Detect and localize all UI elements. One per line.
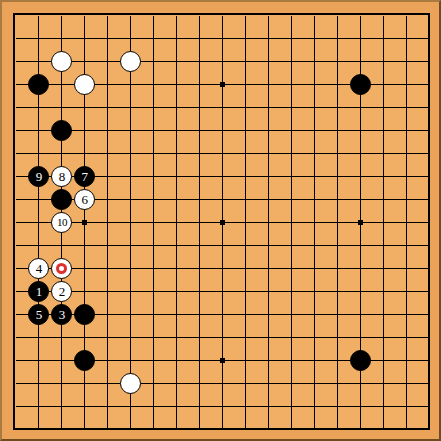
stone-number: 1 (36, 285, 43, 298)
grid-line (16, 291, 429, 292)
stone-black-d4 (74, 350, 95, 371)
stone-black-q16 (350, 74, 371, 95)
stone-number: 6 (82, 193, 89, 206)
grid-line (314, 16, 315, 429)
grid-line (291, 16, 292, 429)
red-circle-marker (56, 263, 67, 274)
grid-line (406, 16, 407, 429)
stone-black-q4 (350, 350, 371, 371)
grid-line (383, 16, 384, 429)
star-point (358, 220, 363, 225)
grid-line (16, 383, 429, 384)
stone-number: 5 (36, 308, 43, 321)
stone-number: 8 (59, 170, 66, 183)
grid-line (337, 16, 338, 429)
stone-number: 7 (82, 170, 89, 183)
stone-number: 9 (36, 170, 43, 183)
star-point (220, 82, 225, 87)
grid-line (16, 268, 429, 269)
star-point (220, 358, 225, 363)
grid-line (16, 406, 429, 407)
grid-line (268, 16, 269, 429)
star-point (220, 220, 225, 225)
stone-number: 3 (59, 308, 66, 321)
stone-number: 4 (36, 262, 43, 275)
stone-number: 2 (59, 285, 66, 298)
go-board-frame: 98761041253 (0, 0, 441, 441)
stone-black-move-3: 3 (51, 304, 72, 325)
star-point (82, 220, 87, 225)
stone-number: 10 (57, 217, 67, 228)
grid-line (16, 337, 429, 338)
stone-black-d6 (74, 304, 95, 325)
grid-line (245, 16, 246, 429)
stone-white-f3 (120, 373, 141, 394)
grid-line (16, 245, 429, 246)
